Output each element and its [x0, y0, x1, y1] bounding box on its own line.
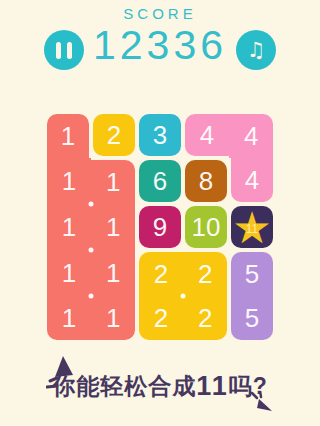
emphasis-mark-left [46, 355, 78, 391]
tile-1[interactable]: 1 [47, 158, 91, 204]
tile-number: 2 [198, 261, 212, 287]
game-board: 123441168411910★111122511225 [45, 112, 275, 342]
tile-number: 1 [62, 305, 76, 331]
tile-10[interactable]: 10 [185, 206, 228, 249]
tile-1[interactable]: 1 [91, 296, 135, 340]
prompt-number: 11 [196, 371, 229, 401]
tile-number: 4 [200, 122, 214, 148]
tile-2[interactable]: 2 [139, 296, 183, 340]
tile-number: 2 [154, 261, 168, 287]
tile-1[interactable]: 1 [47, 204, 91, 250]
tile-2[interactable]: 2 [183, 252, 227, 296]
tile-5[interactable]: 5 [231, 252, 274, 296]
tile-4[interactable]: 4 [185, 114, 229, 157]
tile-number: 1 [62, 214, 76, 240]
tile-number: 10 [192, 214, 221, 240]
tile-number: 2 [107, 122, 121, 148]
pause-button[interactable] [44, 30, 84, 70]
game-screen: SCORE 12336 ♫ 123441168411910★1111225112… [0, 0, 320, 426]
tile-number: 3 [153, 122, 167, 148]
tile-2[interactable]: 2 [183, 296, 227, 340]
merge-junction-dot [89, 294, 94, 299]
tile-number: 11 [246, 222, 258, 236]
merge-junction-dot [89, 202, 94, 207]
tile-1[interactable]: 1 [47, 114, 90, 158]
tile-1[interactable]: 1 [47, 250, 91, 296]
tile-1[interactable]: 1 [91, 160, 135, 204]
tile-number: 6 [153, 168, 167, 194]
tile-number: 1 [106, 305, 120, 331]
tile-6[interactable]: 6 [139, 160, 182, 203]
tile-1[interactable]: 1 [91, 204, 135, 250]
merge-junction-dot [89, 248, 94, 253]
tile-number: 9 [153, 214, 167, 240]
tile-5[interactable]: 5 [231, 296, 274, 340]
tile-3[interactable]: 3 [139, 114, 182, 157]
tile-8[interactable]: 8 [185, 160, 228, 203]
emphasis-mark-right [250, 391, 276, 417]
tile-number: 2 [154, 305, 168, 331]
music-button[interactable]: ♫ [236, 30, 276, 70]
tile-2[interactable]: 2 [139, 252, 183, 296]
tile-11[interactable]: ★11 [231, 206, 274, 249]
tile-4[interactable]: 4 [229, 114, 273, 158]
tile-number: 1 [61, 123, 75, 149]
tile-number: 1 [62, 168, 76, 194]
tile-number: 2 [198, 305, 212, 331]
tile-9[interactable]: 9 [139, 206, 182, 249]
tile-number: 4 [244, 123, 258, 149]
tile-number: 1 [62, 260, 76, 286]
tile-number: 8 [199, 168, 213, 194]
tile-1[interactable]: 1 [91, 250, 135, 296]
tile-1[interactable]: 1 [47, 296, 91, 340]
tile-number: 1 [106, 214, 120, 240]
tile-number: 1 [106, 169, 120, 195]
tile-number: 1 [106, 260, 120, 286]
music-note-icon: ♫ [247, 40, 266, 61]
tile-2[interactable]: 2 [93, 114, 136, 157]
tile-number: 5 [245, 305, 259, 331]
pause-icon [56, 42, 72, 59]
tile-4[interactable]: 4 [231, 158, 274, 202]
tile-number: 4 [245, 167, 259, 193]
merge-junction-dot [181, 294, 186, 299]
tile-number: 5 [245, 261, 259, 287]
score-label: SCORE [0, 5, 320, 22]
